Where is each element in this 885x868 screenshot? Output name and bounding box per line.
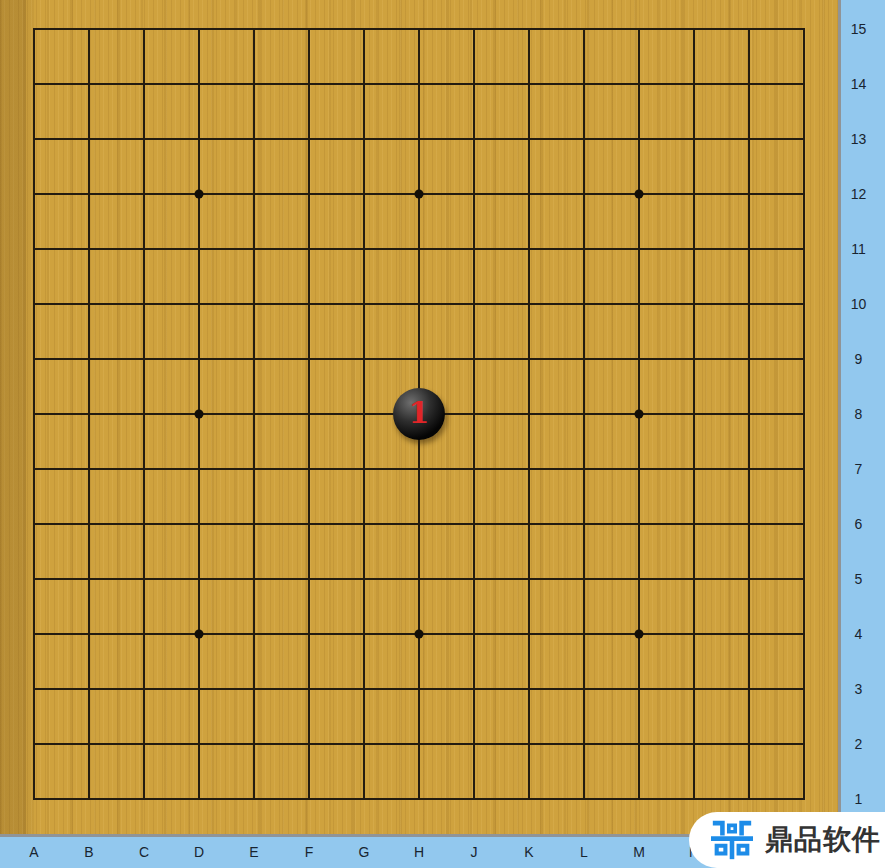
col-label: M — [627, 837, 651, 868]
row-label: 3 — [841, 681, 885, 697]
star-point — [415, 190, 424, 199]
grid-line-horizontal — [33, 468, 804, 469]
col-label: B — [77, 837, 101, 868]
grid-line-vertical — [693, 28, 694, 799]
col-label: K — [517, 837, 541, 868]
watermark-text: 鼎品软件 — [765, 821, 881, 859]
col-label: C — [132, 837, 156, 868]
col-label: H — [407, 837, 431, 868]
row-label: 14 — [841, 76, 885, 92]
row-coordinates-panel: 151413121110987654321 — [838, 0, 885, 868]
grid-line-horizontal — [33, 798, 804, 799]
grid-line-horizontal — [33, 688, 804, 689]
dingpin-logo-icon — [710, 819, 754, 861]
grid-line-horizontal — [33, 743, 804, 744]
star-point — [195, 630, 204, 639]
go-app-window: 1 151413121110987654321 ABCDEFGHJKLMNOP … — [0, 0, 885, 868]
row-label: 15 — [841, 21, 885, 37]
star-point — [635, 630, 644, 639]
row-label: 6 — [841, 516, 885, 532]
col-label: A — [22, 837, 46, 868]
row-label: 5 — [841, 571, 885, 587]
col-label: F — [297, 837, 321, 868]
row-label: 13 — [841, 131, 885, 147]
row-label: 12 — [841, 186, 885, 202]
row-label: 8 — [841, 406, 885, 422]
col-label: G — [352, 837, 376, 868]
row-label: 7 — [841, 461, 885, 477]
grid-line-horizontal — [33, 523, 804, 524]
go-board[interactable]: 1 — [0, 0, 838, 834]
grid-line-vertical — [803, 28, 804, 799]
col-label: E — [242, 837, 266, 868]
star-point — [635, 410, 644, 419]
col-label: D — [187, 837, 211, 868]
black-stone: 1 — [393, 388, 445, 440]
col-label: L — [572, 837, 596, 868]
row-label: 11 — [841, 241, 885, 257]
row-label: 10 — [841, 296, 885, 312]
grid-line-vertical — [473, 28, 474, 799]
move-number-label: 1 — [409, 398, 430, 428]
watermark: 鼎品软件 — [689, 812, 885, 868]
row-label: 1 — [841, 791, 885, 807]
star-point — [635, 190, 644, 199]
row-label: 4 — [841, 626, 885, 642]
row-label: 9 — [841, 351, 885, 367]
row-label: 2 — [841, 736, 885, 752]
star-point — [195, 410, 204, 419]
grid-line-horizontal — [33, 578, 804, 579]
star-point — [195, 190, 204, 199]
grid-line-vertical — [583, 28, 584, 799]
col-label: J — [462, 837, 486, 868]
star-point — [415, 630, 424, 639]
grid-line-vertical — [748, 28, 749, 799]
grid-line-vertical — [528, 28, 529, 799]
